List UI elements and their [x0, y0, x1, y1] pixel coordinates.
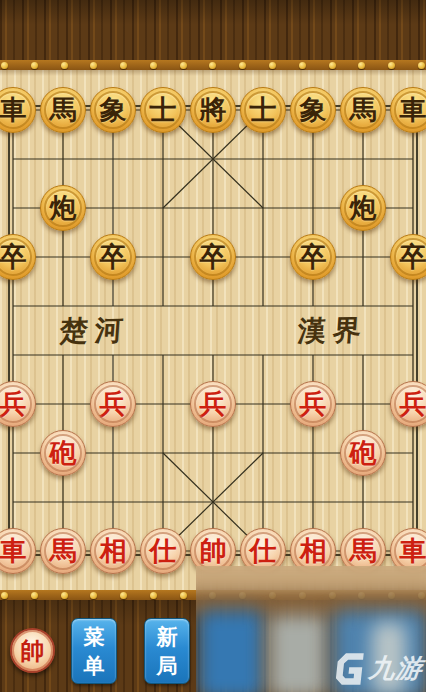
board-cell[interactable] [188, 477, 238, 526]
board-cell[interactable]: 相 [88, 526, 138, 575]
stud-icon [418, 62, 425, 69]
stud-icon [31, 62, 38, 69]
stud-icon [239, 62, 246, 69]
board-cell[interactable] [338, 281, 388, 330]
board-cell[interactable] [388, 477, 426, 526]
board-cell[interactable]: 車 [0, 526, 38, 575]
board-cell[interactable] [38, 379, 88, 428]
board-cell[interactable] [288, 477, 338, 526]
stud-icon [269, 62, 276, 69]
board-cell[interactable] [138, 379, 188, 428]
board-cell[interactable] [0, 330, 38, 379]
board-cell[interactable]: 車 [0, 85, 38, 134]
board-cell[interactable] [188, 428, 238, 477]
stud-icon [209, 62, 216, 69]
board-cell[interactable] [138, 183, 188, 232]
piece-ba[interactable]: 士 [240, 87, 286, 133]
board-cell[interactable] [238, 183, 288, 232]
board-cell[interactable] [38, 477, 88, 526]
piece-rc[interactable]: 砲 [40, 430, 86, 476]
stud-icon [90, 592, 97, 599]
board-cell[interactable] [88, 183, 138, 232]
piece-bc[interactable]: 炮 [340, 185, 386, 231]
stud-icon [61, 592, 68, 599]
board-cell[interactable] [138, 134, 188, 183]
board-cell[interactable]: 砲 [38, 428, 88, 477]
piece-rp[interactable]: 兵 [390, 381, 426, 427]
stud-icon [180, 62, 187, 69]
xiangqi-app-screen: 楚河 漢界 車馬象士將士象馬車炮炮卒卒卒卒卒兵兵兵兵兵砲砲車馬相仕帥仕相馬車 帥… [0, 0, 426, 692]
piece-bb[interactable]: 象 [290, 87, 336, 133]
board-cell[interactable]: 仕 [138, 526, 188, 575]
board-cell[interactable] [388, 183, 426, 232]
board-cell[interactable]: 馬 [338, 85, 388, 134]
board-cell[interactable] [338, 477, 388, 526]
stud-icon [120, 592, 127, 599]
board-cell[interactable] [88, 330, 138, 379]
board-cell[interactable] [238, 134, 288, 183]
piece-rp[interactable]: 兵 [290, 381, 336, 427]
board-cell[interactable] [138, 330, 188, 379]
stud-icon [329, 62, 336, 69]
board-cell[interactable] [238, 330, 288, 379]
board-cell[interactable] [138, 477, 188, 526]
piece-br[interactable]: 車 [390, 87, 426, 133]
board-cell[interactable] [288, 134, 338, 183]
blur-blob [268, 614, 328, 692]
piece-bp[interactable]: 卒 [0, 234, 36, 280]
stud-icon [61, 62, 68, 69]
piece-rp[interactable]: 兵 [0, 381, 36, 427]
piece-grid: 車馬象士將士象馬車炮炮卒卒卒卒卒兵兵兵兵兵砲砲車馬相仕帥仕相馬車 [0, 85, 426, 575]
board-cell[interactable] [338, 379, 388, 428]
board-cell[interactable] [0, 477, 38, 526]
piece-bc[interactable]: 炮 [40, 185, 86, 231]
board-cell[interactable] [338, 330, 388, 379]
menu-button[interactable]: 菜 单 [71, 618, 117, 684]
piece-rc[interactable]: 砲 [340, 430, 386, 476]
piece-rp[interactable]: 兵 [190, 381, 236, 427]
piece-bp[interactable]: 卒 [90, 234, 136, 280]
stud-icon [120, 62, 127, 69]
board-cell[interactable] [288, 428, 338, 477]
menu-button-char-2: 单 [84, 652, 105, 680]
piece-bp[interactable]: 卒 [190, 234, 236, 280]
board-cell[interactable]: 炮 [38, 183, 88, 232]
jiuyou-watermark-text: 九游 [367, 651, 425, 686]
board-cell[interactable]: 馬 [38, 526, 88, 575]
new-game-button-char-2: 局 [157, 652, 178, 680]
board-cell[interactable] [0, 183, 38, 232]
top-stud-strip [0, 60, 426, 70]
board-cell[interactable]: 砲 [338, 428, 388, 477]
board-cell[interactable]: 卒 [188, 232, 238, 281]
menu-button-char-1: 菜 [84, 623, 105, 651]
board-cell[interactable]: 象 [88, 85, 138, 134]
board-cell[interactable]: 卒 [88, 232, 138, 281]
board-cell[interactable] [38, 134, 88, 183]
piece-rr[interactable]: 車 [0, 528, 36, 574]
board-cell[interactable]: 象 [288, 85, 338, 134]
board-cell[interactable]: 車 [388, 85, 426, 134]
board-cell[interactable] [38, 281, 88, 330]
piece-br[interactable]: 車 [0, 87, 36, 133]
board-cell[interactable]: 兵 [388, 379, 426, 428]
board-cell[interactable] [238, 428, 288, 477]
board-cell[interactable] [88, 281, 138, 330]
board-cell[interactable]: 士 [238, 85, 288, 134]
board-cell[interactable] [0, 281, 38, 330]
board-cell[interactable]: 兵 [288, 379, 338, 428]
board-cell[interactable] [138, 428, 188, 477]
board-cell[interactable] [88, 477, 138, 526]
xiangqi-board[interactable]: 楚河 漢界 車馬象士將士象馬車炮炮卒卒卒卒卒兵兵兵兵兵砲砲車馬相仕帥仕相馬車 [0, 70, 426, 590]
jiuyou-logo-icon [334, 652, 366, 686]
board-cell[interactable]: 炮 [338, 183, 388, 232]
board-cell[interactable] [88, 134, 138, 183]
board-cell[interactable] [388, 330, 426, 379]
stud-icon [1, 592, 8, 599]
stud-icon [299, 62, 306, 69]
board-cell[interactable] [388, 281, 426, 330]
jiuyou-watermark: 九游 [334, 651, 425, 686]
board-cell[interactable] [188, 134, 238, 183]
stud-icon [358, 62, 365, 69]
piece-rb[interactable]: 相 [90, 528, 136, 574]
board-cell[interactable] [0, 134, 38, 183]
board-cell[interactable] [338, 232, 388, 281]
piece-bn[interactable]: 馬 [40, 87, 86, 133]
stud-icon [1, 62, 8, 69]
board-cell[interactable]: 卒 [288, 232, 338, 281]
top-wood-frame [0, 0, 426, 70]
piece-bk[interactable]: 將 [190, 87, 236, 133]
stud-icon [388, 62, 395, 69]
board-cell[interactable] [138, 281, 188, 330]
board-cell[interactable]: 兵 [0, 379, 38, 428]
board-cell[interactable]: 馬 [38, 85, 88, 134]
board-cell[interactable] [238, 232, 288, 281]
board-cell[interactable] [38, 330, 88, 379]
board-cell[interactable]: 卒 [388, 232, 426, 281]
board-cell[interactable] [388, 134, 426, 183]
board-cell[interactable] [188, 183, 238, 232]
board-cell[interactable] [88, 428, 138, 477]
board-cell[interactable] [188, 330, 238, 379]
board-cell[interactable] [288, 281, 338, 330]
board-cell[interactable] [0, 428, 38, 477]
new-game-button[interactable]: 新 局 [144, 618, 190, 684]
board-cell[interactable] [288, 330, 338, 379]
board-cell[interactable] [338, 134, 388, 183]
board-cell[interactable] [238, 477, 288, 526]
new-game-button-char-1: 新 [157, 623, 178, 651]
board-cell[interactable]: 將 [188, 85, 238, 134]
board-cell[interactable]: 兵 [188, 379, 238, 428]
board-cell[interactable] [238, 379, 288, 428]
board-cell[interactable]: 士 [138, 85, 188, 134]
stud-icon [150, 592, 157, 599]
stud-icon [31, 592, 38, 599]
piece-rn[interactable]: 馬 [40, 528, 86, 574]
board-cell[interactable]: 兵 [88, 379, 138, 428]
board-cell[interactable] [138, 232, 188, 281]
piece-bn[interactable]: 馬 [340, 87, 386, 133]
board-cell[interactable]: 卒 [0, 232, 38, 281]
piece-bb[interactable]: 象 [90, 87, 136, 133]
board-cell[interactable] [388, 428, 426, 477]
piece-ba[interactable]: 士 [140, 87, 186, 133]
board-cell[interactable] [238, 281, 288, 330]
stud-icon [180, 592, 187, 599]
turn-indicator-piece[interactable]: 帥 [10, 628, 55, 673]
board-cell[interactable] [188, 281, 238, 330]
stud-icon [150, 62, 157, 69]
board-cell[interactable] [38, 232, 88, 281]
board-cell[interactable] [288, 183, 338, 232]
piece-bp[interactable]: 卒 [290, 234, 336, 280]
piece-rp[interactable]: 兵 [90, 381, 136, 427]
blur-blob [198, 610, 264, 692]
piece-ra[interactable]: 仕 [140, 528, 186, 574]
stud-icon [90, 62, 97, 69]
blurred-region: 九游 [196, 566, 426, 692]
piece-bp[interactable]: 卒 [390, 234, 426, 280]
